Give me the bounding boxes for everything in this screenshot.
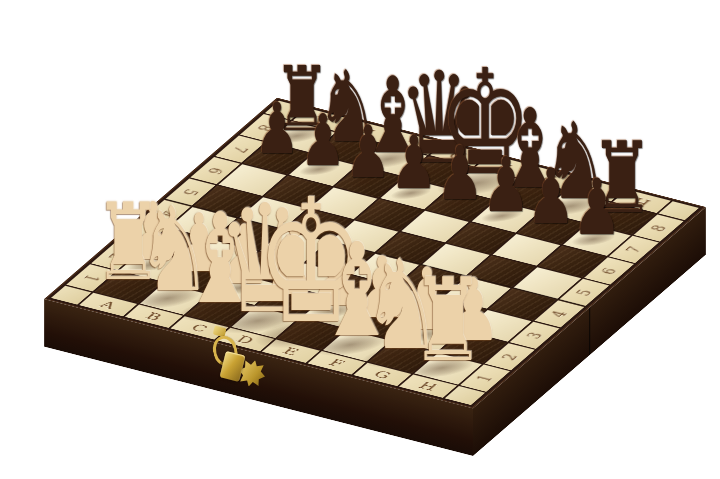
- rank-label-text: 5: [573, 288, 595, 297]
- piece-black-pawn-a7[interactable]: ♟: [254, 94, 299, 164]
- piece-black-pawn-g7[interactable]: ♟: [527, 158, 576, 234]
- rank-label-text: 2: [499, 352, 521, 361]
- rank-label-text: 3: [523, 331, 545, 340]
- piece-white-rook-h1[interactable]: ♜: [411, 263, 485, 378]
- piece-black-pawn-e7[interactable]: ♟: [436, 137, 484, 211]
- rank-label-text: 7: [229, 145, 251, 154]
- rank-label-text: 6: [598, 266, 620, 275]
- rank-label-text: 4: [548, 309, 570, 318]
- piece-black-pawn-d7[interactable]: ♟: [390, 126, 437, 199]
- rank-label-text: 7: [623, 245, 645, 254]
- fold-seam-side: [589, 307, 590, 356]
- piece-black-pawn-h7[interactable]: ♟: [572, 169, 622, 246]
- photo-stage: ABCDEFGH8877665544332211ABCDEFGH ♜♞♟♝♟♛♟…: [0, 0, 720, 479]
- piece-black-pawn-f7[interactable]: ♟: [481, 147, 530, 222]
